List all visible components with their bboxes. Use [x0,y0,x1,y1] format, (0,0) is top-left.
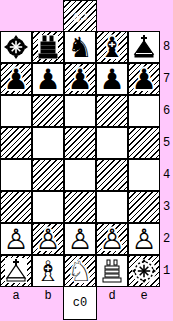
piece-black-wheel[interactable] [3,34,29,60]
square-a5[interactable] [0,127,32,159]
square-e2[interactable]: ♟♙ [128,223,160,255]
file-label-d: d [96,288,128,303]
square-e6[interactable] [128,95,160,127]
file-label-b: b [32,288,64,303]
tower-icon [99,258,125,284]
piece-white-crown[interactable] [3,258,29,284]
square-c5[interactable] [64,127,96,159]
piece-black-pawn[interactable]: ♟ [65,64,95,94]
rank-label-1: 1 [160,255,173,287]
square-c7[interactable]: ♟ [64,63,96,95]
rank-label-5: 5 [160,127,173,159]
square-b5[interactable] [32,127,64,159]
piece-white-pawn[interactable]: ♟♙ [129,224,159,254]
citadel-label-c0: c0 [73,296,87,310]
square-e5[interactable] [128,127,160,159]
wheel-icon [131,258,157,284]
file-label-e: e [128,288,160,303]
square-c6[interactable] [64,95,96,127]
wheel-icon [3,34,29,60]
piece-black-pawn[interactable]: ♟ [129,64,159,94]
square-e4[interactable] [128,159,160,191]
square-b1[interactable]: ♝♗ [32,255,64,287]
square-e1[interactable] [128,255,160,287]
piece-black-pawn[interactable]: ♟ [33,64,63,94]
square-c8[interactable]: ♞ [64,31,96,63]
square-a8[interactable] [0,31,32,63]
citadel-cell-c9[interactable]: c9 [63,0,97,32]
crown-icon [3,258,29,284]
piece-white-pawn[interactable]: ♟♙ [33,224,63,254]
piece-black-bishop[interactable]: ♝ [97,32,127,62]
square-d2[interactable]: ♟♙ [96,223,128,255]
square-d6[interactable] [96,95,128,127]
square-a3[interactable] [0,191,32,223]
piece-black-crown[interactable] [131,34,157,60]
square-a7[interactable]: ♟ [0,63,32,95]
square-c1[interactable]: ♞♘ [64,255,96,287]
piece-white-bishop[interactable]: ♝♗ [33,256,63,286]
rank-label-2: 2 [160,223,173,255]
square-e3[interactable] [128,191,160,223]
rank-label-3: 3 [160,191,173,223]
square-b6[interactable] [32,95,64,127]
rank-label-7: 7 [160,63,173,95]
square-d1[interactable] [96,255,128,287]
square-d5[interactable] [96,127,128,159]
square-d8[interactable]: ♝ [96,31,128,63]
piece-white-pawn[interactable]: ♟♙ [97,224,127,254]
square-b8[interactable] [32,31,64,63]
square-b4[interactable] [32,159,64,191]
citadel-cell-c0[interactable]: c0 [63,286,97,320]
square-a4[interactable] [0,159,32,191]
piece-white-pawn[interactable]: ♟♙ [65,224,95,254]
piece-black-knight[interactable]: ♞ [65,32,95,62]
rank-label-4: 4 [160,159,173,191]
piece-white-knight[interactable]: ♞♘ [65,256,95,286]
square-a6[interactable] [0,95,32,127]
board: ♞♝♟♟♟♟♟♟♙♟♙♟♙♟♙♟♙♝♗♞♘ [0,31,160,287]
square-c3[interactable] [64,191,96,223]
citadel-label-c9: c9 [73,9,87,23]
square-a2[interactable]: ♟♙ [0,223,32,255]
square-c2[interactable]: ♟♙ [64,223,96,255]
crown-icon [131,34,157,60]
square-d3[interactable] [96,191,128,223]
xboard-window: c9 ♞♝♟♟♟♟♟♟♙♟♙♟♙♟♙♟♙♝♗♞♘ 87654321abde c0 [0,0,173,321]
piece-white-tower[interactable] [99,258,125,284]
square-d4[interactable] [96,159,128,191]
square-a1[interactable] [0,255,32,287]
piece-black-tower[interactable] [35,34,61,60]
square-b3[interactable] [32,191,64,223]
file-label-a: a [0,288,32,303]
rank-label-6: 6 [160,95,173,127]
tower-icon [35,34,61,60]
square-b2[interactable]: ♟♙ [32,223,64,255]
square-d7[interactable]: ♟ [96,63,128,95]
piece-black-pawn[interactable]: ♟ [97,64,127,94]
rank-label-8: 8 [160,31,173,63]
piece-white-pawn[interactable]: ♟♙ [1,224,31,254]
square-e8[interactable] [128,31,160,63]
square-e7[interactable]: ♟ [128,63,160,95]
square-c4[interactable] [64,159,96,191]
piece-black-pawn[interactable]: ♟ [1,64,31,94]
piece-white-wheel[interactable] [131,258,157,284]
square-b7[interactable]: ♟ [32,63,64,95]
